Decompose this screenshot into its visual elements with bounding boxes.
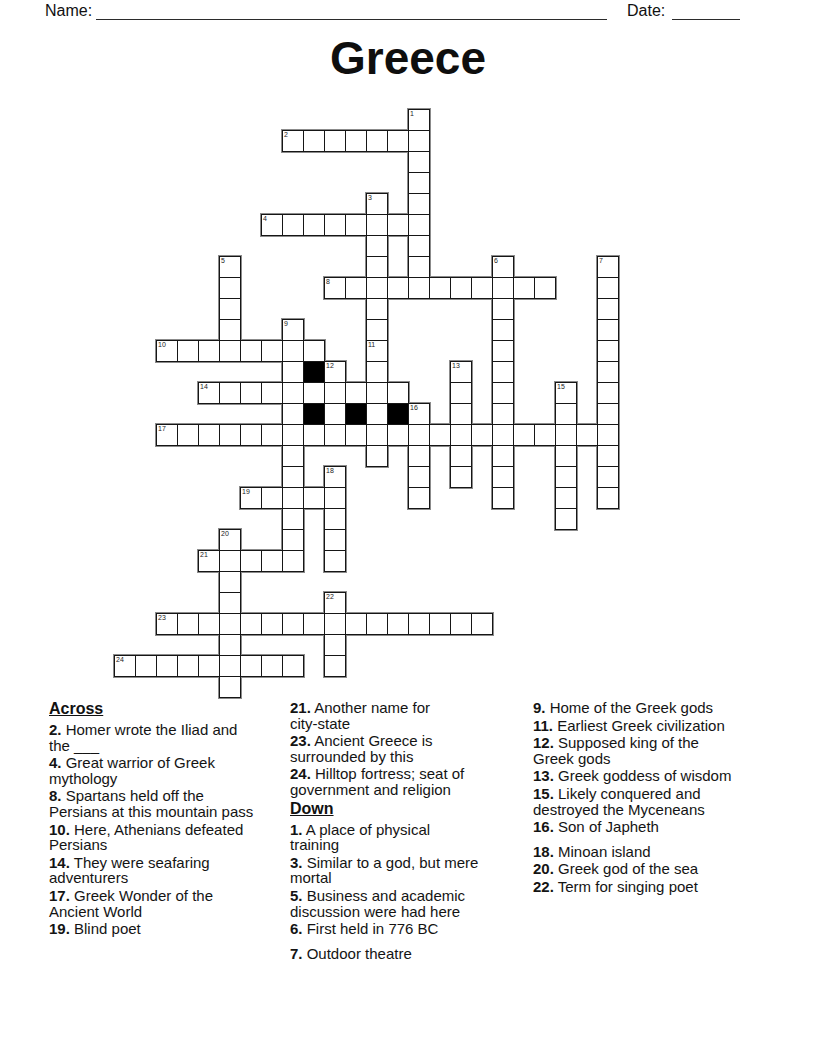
grid-cell[interactable] xyxy=(597,382,619,404)
grid-cell[interactable] xyxy=(324,550,346,572)
clue-text: Ancient Greece is surrounded by this xyxy=(290,732,433,765)
grid-cell[interactable] xyxy=(492,403,514,425)
grid-cell[interactable] xyxy=(261,655,283,677)
grid-cell[interactable] xyxy=(492,445,514,467)
grid-cell[interactable] xyxy=(282,508,304,530)
cell-number: 7 xyxy=(599,257,603,265)
grid-cell[interactable] xyxy=(450,613,472,635)
grid-cell[interactable]: 14 xyxy=(198,382,220,404)
grid-cell[interactable] xyxy=(387,613,409,635)
name-label: Name: xyxy=(45,2,92,20)
grid-cell[interactable] xyxy=(303,340,325,362)
grid-cell[interactable] xyxy=(282,655,304,677)
grid-cell[interactable] xyxy=(597,424,619,446)
grid-cell[interactable] xyxy=(492,424,514,446)
grid-cell[interactable] xyxy=(282,487,304,509)
clue-text: Earliest Greek civilization xyxy=(553,717,725,734)
grid-cell[interactable] xyxy=(324,655,346,677)
clue-text: Son of Japheth xyxy=(554,818,659,835)
grid-cell[interactable] xyxy=(324,382,346,404)
cell-number: 11 xyxy=(368,341,375,349)
date-label: Date: xyxy=(627,2,665,20)
grid-cell[interactable]: 12 xyxy=(324,361,346,383)
grid-cell[interactable] xyxy=(387,382,409,404)
grid-cell[interactable] xyxy=(261,550,283,572)
clue-text: Hilltop fortress; seat of government and… xyxy=(290,765,464,798)
grid-cell[interactable] xyxy=(387,424,409,446)
cell-number: 16 xyxy=(410,404,418,412)
grid-cell[interactable] xyxy=(408,424,430,446)
grid-cell[interactable] xyxy=(408,466,430,488)
grid-cell[interactable]: 16 xyxy=(408,403,430,425)
clue-number-label: 24. xyxy=(290,765,311,782)
clue-number-label: 21. xyxy=(290,699,311,716)
grid-cell[interactable] xyxy=(408,277,430,299)
grid-cell[interactable] xyxy=(471,277,493,299)
across-heading: Across xyxy=(49,700,289,717)
grid-cell[interactable] xyxy=(282,340,304,362)
grid-cell[interactable] xyxy=(408,214,430,236)
cell-number: 20 xyxy=(221,530,229,538)
cell-number: 13 xyxy=(452,362,460,370)
grid-cell[interactable] xyxy=(282,445,304,467)
grid-cell[interactable] xyxy=(282,424,304,446)
grid-cell[interactable] xyxy=(177,340,199,362)
grid-cell[interactable] xyxy=(513,424,535,446)
grid-cell[interactable] xyxy=(408,151,430,173)
worksheet-page: Name: Date: Greece 123456789101112131415… xyxy=(0,0,816,1056)
grid-cell[interactable] xyxy=(324,130,346,152)
grid-cell[interactable] xyxy=(555,424,577,446)
grid-cell[interactable]: 24 xyxy=(114,655,136,677)
grid-cell[interactable] xyxy=(387,214,409,236)
grid-cell[interactable] xyxy=(219,634,241,656)
grid-cell[interactable] xyxy=(219,676,241,698)
cell-number: 4 xyxy=(263,215,267,223)
grid-cell[interactable] xyxy=(261,613,283,635)
cell-number: 10 xyxy=(158,341,166,349)
clue-number-label: 9. xyxy=(533,699,546,716)
crossword-grid: 123456789101112131415161718192021222324 xyxy=(114,109,620,699)
clue-text: Term for singing poet xyxy=(554,878,698,895)
clue-across-21: 21. Another name for city-state xyxy=(290,700,533,731)
cell-number: 5 xyxy=(221,257,225,265)
grid-cell[interactable] xyxy=(450,466,472,488)
cell-number: 24 xyxy=(116,656,124,664)
black-cell xyxy=(303,403,325,425)
clue-down-16: 16. Son of Japheth xyxy=(533,819,789,835)
grid-cell[interactable] xyxy=(387,130,409,152)
grid-cell[interactable] xyxy=(345,130,367,152)
grid-cell[interactable] xyxy=(345,277,367,299)
grid-cell[interactable] xyxy=(219,655,241,677)
grid-cell[interactable]: 1 xyxy=(408,109,430,131)
grid-cell[interactable] xyxy=(513,277,535,299)
grid-cell[interactable] xyxy=(366,445,388,467)
clue-down-12: 12. Supposed king of the Greek gods xyxy=(533,735,789,766)
clue-number-label: 17. xyxy=(49,887,70,904)
grid-cell[interactable] xyxy=(240,382,262,404)
cell-number: 15 xyxy=(557,383,565,391)
grid-cell[interactable] xyxy=(366,424,388,446)
grid-cell[interactable] xyxy=(408,256,430,278)
clue-number-label: 5. xyxy=(290,887,303,904)
clue-text: Greek Wonder of the Ancient World xyxy=(49,887,213,920)
cell-number: 3 xyxy=(368,194,372,202)
grid-cell[interactable] xyxy=(198,424,220,446)
grid-cell[interactable] xyxy=(324,529,346,551)
grid-cell[interactable] xyxy=(219,298,241,320)
grid-cell[interactable]: 23 xyxy=(156,613,178,635)
cell-number: 14 xyxy=(200,383,208,391)
grid-cell[interactable] xyxy=(303,487,325,509)
clue-text: A place of physical training xyxy=(290,821,430,854)
grid-cell[interactable] xyxy=(555,403,577,425)
grid-cell[interactable] xyxy=(408,193,430,215)
grid-cell[interactable] xyxy=(219,592,241,614)
grid-cell[interactable] xyxy=(366,214,388,236)
grid-cell[interactable] xyxy=(324,424,346,446)
grid-cell[interactable]: 4 xyxy=(261,214,283,236)
cell-number: 18 xyxy=(326,467,334,475)
grid-cell[interactable] xyxy=(429,277,451,299)
clue-down-18: 18. Minoan island xyxy=(533,844,789,860)
grid-cell[interactable]: 22 xyxy=(324,592,346,614)
clue-text: Greek god of the sea xyxy=(554,860,698,877)
clue-down-3: 3. Similar to a god, but mere mortal xyxy=(290,855,533,886)
grid-cell[interactable] xyxy=(282,529,304,551)
grid-cell[interactable] xyxy=(219,277,241,299)
grid-cell[interactable] xyxy=(282,403,304,425)
clue-across-23: 23. Ancient Greece is surrounded by this xyxy=(290,733,533,764)
grid-cell[interactable] xyxy=(177,613,199,635)
cell-number: 8 xyxy=(326,278,330,286)
clue-text: They were seafaring adventurers xyxy=(49,854,210,887)
grid-cell[interactable] xyxy=(282,361,304,383)
cell-number: 12 xyxy=(326,362,334,370)
grid-cell[interactable] xyxy=(324,487,346,509)
grid-cell[interactable] xyxy=(450,382,472,404)
clue-column-2: 21. Another name for city-state23. Ancie… xyxy=(290,700,533,963)
grid-cell[interactable] xyxy=(408,130,430,152)
grid-cell[interactable] xyxy=(597,403,619,425)
grid-cell[interactable]: 9 xyxy=(282,319,304,341)
grid-cell[interactable] xyxy=(198,655,220,677)
grid-cell[interactable] xyxy=(261,340,283,362)
grid-cell[interactable] xyxy=(198,340,220,362)
grid-cell[interactable] xyxy=(450,277,472,299)
clue-number-label: 20. xyxy=(533,860,554,877)
grid-cell[interactable] xyxy=(366,277,388,299)
grid-cell[interactable] xyxy=(219,382,241,404)
clue-across-19: 19. Blind poet xyxy=(49,921,289,937)
clue-number-label: 16. xyxy=(533,818,554,835)
grid-cell[interactable]: 20 xyxy=(219,529,241,551)
black-cell xyxy=(303,361,325,383)
grid-cell[interactable]: 7 xyxy=(597,256,619,278)
clue-number-label: 3. xyxy=(290,854,303,871)
cell-number: 19 xyxy=(242,488,250,496)
clue-number-label: 19. xyxy=(49,920,70,937)
grid-cell[interactable] xyxy=(492,487,514,509)
grid-cell[interactable] xyxy=(366,130,388,152)
grid-cell[interactable] xyxy=(492,277,514,299)
grid-cell[interactable] xyxy=(345,382,367,404)
grid-cell[interactable]: 18 xyxy=(324,466,346,488)
clue-text: Likely conquered and destroyed the Mycen… xyxy=(533,785,705,818)
grid-cell[interactable] xyxy=(261,487,283,509)
grid-cell[interactable] xyxy=(282,214,304,236)
grid-cell[interactable] xyxy=(366,382,388,404)
grid-cell[interactable]: 2 xyxy=(282,130,304,152)
cell-number: 1 xyxy=(410,110,414,118)
grid-cell[interactable] xyxy=(597,340,619,362)
grid-cell[interactable] xyxy=(366,298,388,320)
grid-cell[interactable] xyxy=(240,655,262,677)
grid-cell[interactable] xyxy=(366,403,388,425)
clue-across-24: 24. Hilltop fortress; seat of government… xyxy=(290,766,533,797)
grid-cell[interactable] xyxy=(303,130,325,152)
clue-number-label: 8. xyxy=(49,787,62,804)
clue-text: Supposed king of the Greek gods xyxy=(533,734,699,767)
grid-cell[interactable]: 17 xyxy=(156,424,178,446)
cell-number: 23 xyxy=(158,614,166,622)
grid-cell[interactable] xyxy=(240,550,262,572)
clue-across-17: 17. Greek Wonder of the Ancient World xyxy=(49,888,289,919)
clue-down-9: 9. Home of the Greek gods xyxy=(533,700,789,716)
clue-number-label: 23. xyxy=(290,732,311,749)
grid-cell[interactable] xyxy=(555,487,577,509)
grid-cell[interactable] xyxy=(303,613,325,635)
grid-cell[interactable] xyxy=(492,319,514,341)
grid-cell[interactable] xyxy=(597,361,619,383)
clue-number-label: 18. xyxy=(533,843,554,860)
clue-text: Blind poet xyxy=(70,920,141,937)
grid-cell[interactable] xyxy=(429,613,451,635)
clue-text: Spartans held off the Persians at this m… xyxy=(49,787,253,820)
puzzle-title: Greece xyxy=(0,31,816,85)
grid-cell[interactable] xyxy=(471,613,493,635)
clue-number-label: 14. xyxy=(49,854,70,871)
clue-number-label: 10. xyxy=(49,821,70,838)
grid-cell[interactable]: 10 xyxy=(156,340,178,362)
clue-text: Home of the Greek gods xyxy=(546,699,714,716)
grid-cell[interactable] xyxy=(345,214,367,236)
clue-across-4: 4. Great warrior of Greek mythology xyxy=(49,755,289,786)
clue-number-label: 13. xyxy=(533,767,554,784)
grid-cell[interactable]: 8 xyxy=(324,277,346,299)
clue-number-label: 11. xyxy=(533,717,553,734)
grid-cell[interactable] xyxy=(324,403,346,425)
clue-down-6: 6. First held in 776 BC xyxy=(290,921,533,937)
grid-cell[interactable] xyxy=(219,613,241,635)
grid-cell[interactable] xyxy=(450,403,472,425)
grid-cell[interactable] xyxy=(555,445,577,467)
grid-cell[interactable] xyxy=(324,508,346,530)
clue-text: First held in 776 BC xyxy=(303,920,439,937)
grid-cell[interactable] xyxy=(366,613,388,635)
clue-text: Similar to a god, but mere mortal xyxy=(290,854,478,887)
grid-cell[interactable] xyxy=(576,424,598,446)
clue-down-22: 22. Term for singing poet xyxy=(533,879,789,895)
grid-cell[interactable] xyxy=(282,550,304,572)
clue-across-2: 2. Homer wrote the Iliad and the ___ xyxy=(49,722,289,753)
cell-number: 22 xyxy=(326,593,334,601)
clue-down-7: 7. Outdoor theatre xyxy=(290,946,533,962)
clue-text: Minoan island xyxy=(554,843,651,860)
grid-cell[interactable]: 6 xyxy=(492,256,514,278)
grid-cell[interactable] xyxy=(324,634,346,656)
grid-cell[interactable] xyxy=(492,298,514,320)
clue-number-label: 2. xyxy=(49,721,62,738)
grid-cell[interactable] xyxy=(408,445,430,467)
grid-cell[interactable] xyxy=(492,382,514,404)
grid-cell[interactable] xyxy=(408,487,430,509)
clue-across-10: 10. Here, Athenians defeated Persians xyxy=(49,822,289,853)
cell-number: 17 xyxy=(158,425,166,433)
clue-column-1: Across2. Homer wrote the Iliad and the _… xyxy=(49,700,289,939)
name-blank-line xyxy=(96,2,607,20)
clue-text: Another name for city-state xyxy=(290,699,430,732)
grid-cell[interactable]: 19 xyxy=(240,487,262,509)
clue-text: Outdoor theatre xyxy=(303,945,412,962)
grid-cell[interactable]: 15 xyxy=(555,382,577,404)
grid-cell[interactable] xyxy=(597,277,619,299)
grid-cell[interactable] xyxy=(597,466,619,488)
grid-cell[interactable] xyxy=(261,424,283,446)
grid-cell[interactable]: 11 xyxy=(366,340,388,362)
grid-cell[interactable]: 13 xyxy=(450,361,472,383)
clue-down-1: 1. A place of physical training xyxy=(290,822,533,853)
grid-cell[interactable] xyxy=(345,424,367,446)
grid-cell[interactable] xyxy=(282,382,304,404)
cell-number: 6 xyxy=(494,257,498,265)
grid-cell[interactable] xyxy=(219,319,241,341)
black-cell xyxy=(345,403,367,425)
grid-cell[interactable] xyxy=(303,382,325,404)
grid-cell[interactable] xyxy=(366,319,388,341)
grid-cell[interactable] xyxy=(534,424,556,446)
grid-cell[interactable] xyxy=(450,424,472,446)
grid-cell[interactable] xyxy=(597,298,619,320)
grid-cell[interactable] xyxy=(282,466,304,488)
clue-text: Great warrior of Greek mythology xyxy=(49,754,215,787)
grid-cell[interactable] xyxy=(324,613,346,635)
grid-cell[interactable] xyxy=(492,466,514,488)
grid-cell[interactable] xyxy=(345,613,367,635)
grid-cell[interactable] xyxy=(408,235,430,257)
clue-down-15: 15. Likely conquered and destroyed the M… xyxy=(533,786,789,817)
clue-text: Business and academic discussion were ha… xyxy=(290,887,465,920)
down-heading: Down xyxy=(290,800,533,817)
grid-cell[interactable] xyxy=(177,655,199,677)
clue-number-label: 6. xyxy=(290,920,303,937)
grid-cell[interactable] xyxy=(366,256,388,278)
grid-cell[interactable] xyxy=(492,361,514,383)
clue-down-20: 20. Greek god of the sea xyxy=(533,861,789,877)
clue-text: Here, Athenians defeated Persians xyxy=(49,821,243,854)
grid-cell[interactable] xyxy=(219,571,241,593)
grid-cell[interactable] xyxy=(408,613,430,635)
grid-cell[interactable]: 5 xyxy=(219,256,241,278)
grid-cell[interactable] xyxy=(324,214,346,236)
clue-number-label: 7. xyxy=(290,945,303,962)
grid-cell[interactable] xyxy=(219,550,241,572)
grid-cell[interactable] xyxy=(429,424,451,446)
clue-number-label: 1. xyxy=(290,821,303,838)
clue-text: Homer wrote the Iliad and the ___ xyxy=(49,721,237,754)
grid-cell[interactable] xyxy=(597,319,619,341)
grid-cell[interactable] xyxy=(219,340,241,362)
grid-cell[interactable] xyxy=(282,613,304,635)
clue-text: Greek goddess of wisdom xyxy=(554,767,732,784)
grid-cell[interactable] xyxy=(240,613,262,635)
grid-cell[interactable]: 21 xyxy=(198,550,220,572)
grid-cell[interactable] xyxy=(240,424,262,446)
grid-cell[interactable] xyxy=(303,214,325,236)
clue-number-label: 12. xyxy=(533,734,554,751)
grid-cell[interactable] xyxy=(597,487,619,509)
grid-cell[interactable] xyxy=(261,382,283,404)
clue-number-label: 22. xyxy=(533,878,554,895)
grid-cell[interactable] xyxy=(156,655,178,677)
grid-cell[interactable] xyxy=(366,361,388,383)
grid-cell[interactable] xyxy=(492,340,514,362)
clue-column-3: 9. Home of the Greek gods11. Earliest Gr… xyxy=(533,700,789,897)
clue-down-5: 5. Business and academic discussion were… xyxy=(290,888,533,919)
grid-cell[interactable] xyxy=(387,277,409,299)
grid-cell[interactable] xyxy=(219,424,241,446)
date-blank-line xyxy=(672,2,740,20)
cell-number: 2 xyxy=(284,131,288,139)
clue-across-8: 8. Spartans held off the Persians at thi… xyxy=(49,788,289,819)
clue-down-13: 13. Greek goddess of wisdom xyxy=(533,768,789,784)
grid-cell[interactable] xyxy=(450,445,472,467)
clue-number-label: 15. xyxy=(533,785,554,802)
grid-cell[interactable] xyxy=(597,445,619,467)
cell-number: 9 xyxy=(284,320,288,328)
grid-cell[interactable] xyxy=(198,613,220,635)
grid-cell[interactable] xyxy=(366,235,388,257)
grid-cell[interactable] xyxy=(135,655,157,677)
clue-down-11: 11. Earliest Greek civilization xyxy=(533,718,789,734)
clue-across-14: 14. They were seafaring adventurers xyxy=(49,855,289,886)
grid-cell[interactable] xyxy=(471,424,493,446)
grid-cell[interactable] xyxy=(534,277,556,299)
black-cell xyxy=(387,403,409,425)
grid-cell[interactable] xyxy=(408,172,430,194)
grid-cell[interactable] xyxy=(303,424,325,446)
grid-cell[interactable] xyxy=(240,340,262,362)
cell-number: 21 xyxy=(200,551,208,559)
grid-cell[interactable]: 3 xyxy=(366,193,388,215)
grid-cell[interactable] xyxy=(177,424,199,446)
clue-number-label: 4. xyxy=(49,754,62,771)
grid-cell[interactable] xyxy=(555,466,577,488)
grid-cell[interactable] xyxy=(555,508,577,530)
